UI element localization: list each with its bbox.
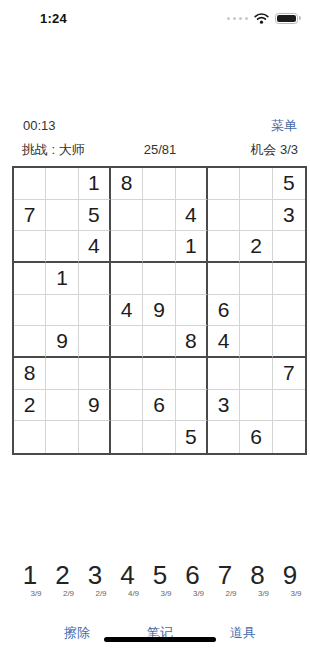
given-digit: 2 <box>250 234 262 258</box>
given-digit: 7 <box>283 361 295 385</box>
sudoku-cell-r9c5[interactable] <box>143 421 175 453</box>
sudoku-cell-r5c7[interactable]: 6 <box>208 295 240 327</box>
given-digit: 8 <box>24 361 36 385</box>
sudoku-cell-r1c5[interactable] <box>143 168 175 200</box>
sudoku-cell-r5c1[interactable] <box>14 295 46 327</box>
sudoku-cell-r7c8[interactable] <box>240 358 272 390</box>
game-timer: 00:13 <box>23 117 56 135</box>
sudoku-cell-r4c4[interactable] <box>111 263 143 295</box>
sudoku-cell-r7c4[interactable] <box>111 358 143 390</box>
sudoku-cell-r5c3[interactable] <box>79 295 111 327</box>
sudoku-cell-r2c7[interactable] <box>208 200 240 232</box>
sudoku-cell-r1c6[interactable] <box>176 168 208 200</box>
sudoku-cell-r5c9[interactable] <box>273 295 305 327</box>
given-digit: 8 <box>121 171 133 195</box>
sudoku-cell-r5c8[interactable] <box>240 295 272 327</box>
sudoku-cell-r5c2[interactable] <box>46 295 78 327</box>
sudoku-cell-r6c7[interactable]: 4 <box>208 326 240 358</box>
sudoku-cell-r9c8[interactable]: 6 <box>240 421 272 453</box>
sudoku-cell-r9c1[interactable] <box>14 421 46 453</box>
header-row-1: 00:13 菜单 <box>10 117 310 135</box>
sudoku-cell-r6c3[interactable] <box>79 326 111 358</box>
sudoku-cell-r1c1[interactable] <box>14 168 46 200</box>
sudoku-cell-r8c1[interactable]: 2 <box>14 390 46 422</box>
numpad-remaining-count: 2/9 <box>56 589 82 598</box>
sudoku-cell-r4c9[interactable] <box>273 263 305 295</box>
numpad-digit-4[interactable]: 44/9 <box>115 562 141 598</box>
given-digit: 2 <box>24 393 36 417</box>
progress-counter: 25/81 <box>114 142 206 158</box>
given-digit: 5 <box>283 171 295 195</box>
sudoku-cell-r9c3[interactable] <box>79 421 111 453</box>
given-digit: 3 <box>218 393 230 417</box>
given-digit: 4 <box>121 298 133 322</box>
erase-button[interactable]: 擦除 <box>64 624 90 642</box>
given-digit: 3 <box>283 203 295 227</box>
sudoku-cell-r2c9[interactable]: 3 <box>273 200 305 232</box>
status-icons <box>227 13 298 24</box>
numpad-digit-label: 4 <box>115 562 141 589</box>
sudoku-cell-r6c1[interactable] <box>14 326 46 358</box>
sudoku-cell-r4c8[interactable] <box>240 263 272 295</box>
numpad-digit-label: 1 <box>17 562 43 589</box>
sudoku-cell-r1c7[interactable] <box>208 168 240 200</box>
sudoku-cell-r9c6[interactable]: 5 <box>176 421 208 453</box>
given-digit: 5 <box>185 425 197 449</box>
given-digit: 7 <box>24 203 36 227</box>
sudoku-cell-r6c6[interactable]: 8 <box>176 326 208 358</box>
status-time: 1:24 <box>40 11 67 26</box>
numpad-digit-label: 9 <box>277 562 303 589</box>
numpad-digit-6[interactable]: 63/9 <box>180 562 206 598</box>
sudoku-cell-r2c4[interactable] <box>111 200 143 232</box>
sudoku-cell-r8c4[interactable] <box>111 390 143 422</box>
given-digit: 1 <box>88 171 100 195</box>
given-digit: 9 <box>56 329 68 353</box>
sudoku-cell-r3c9[interactable] <box>273 231 305 263</box>
sudoku-cell-r9c4[interactable] <box>111 421 143 453</box>
sudoku-cell-r3c5[interactable] <box>143 231 175 263</box>
numpad-remaining-count: 3/9 <box>251 589 277 598</box>
sudoku-cell-r5c6[interactable] <box>176 295 208 327</box>
numpad-digit-5[interactable]: 53/9 <box>147 562 173 598</box>
sudoku-cell-r2c8[interactable] <box>240 200 272 232</box>
sudoku-cell-r8c9[interactable] <box>273 390 305 422</box>
numpad-remaining-count: 3/9 <box>283 589 309 598</box>
sudoku-cell-r8c2[interactable] <box>46 390 78 422</box>
given-digit: 9 <box>88 393 100 417</box>
sudoku-cell-r2c1[interactable]: 7 <box>14 200 46 232</box>
numpad-digit-label: 2 <box>50 562 76 589</box>
sudoku-cell-r4c7[interactable] <box>208 263 240 295</box>
sudoku-board: 1857543412149698487296356 <box>12 166 307 455</box>
status-bar: 1:24 <box>10 0 310 30</box>
sudoku-cell-r6c2[interactable]: 9 <box>46 326 78 358</box>
numpad-digit-label: 6 <box>180 562 206 589</box>
sudoku-cell-r3c7[interactable] <box>208 231 240 263</box>
sudoku-cell-r6c5[interactable] <box>143 326 175 358</box>
sudoku-cell-r4c2[interactable]: 1 <box>46 263 78 295</box>
numpad-digit-2[interactable]: 22/9 <box>50 562 76 598</box>
numpad-remaining-count: 3/9 <box>186 589 212 598</box>
sudoku-cell-r7c6[interactable] <box>176 358 208 390</box>
numpad-remaining-count: 3/9 <box>153 589 179 598</box>
numpad-digit-3[interactable]: 32/9 <box>82 562 108 598</box>
numpad-digit-8[interactable]: 83/9 <box>245 562 271 598</box>
app-frame: 1:24 00:13 菜单 挑战 : 大师 25/81 机会 3/3 18575… <box>10 0 310 649</box>
sudoku-cell-r5c5[interactable]: 9 <box>143 295 175 327</box>
menu-button[interactable]: 菜单 <box>271 117 297 135</box>
numpad-digit-label: 8 <box>245 562 271 589</box>
numpad-remaining-count: 4/9 <box>121 589 147 598</box>
sudoku-cell-r1c2[interactable] <box>46 168 78 200</box>
given-digit: 1 <box>185 234 197 258</box>
given-digit: 6 <box>250 425 262 449</box>
sudoku-cell-r4c1[interactable] <box>14 263 46 295</box>
sudoku-cell-r3c2[interactable] <box>46 231 78 263</box>
sudoku-cell-r7c9[interactable]: 7 <box>273 358 305 390</box>
challenge-label: 挑战 : 大师 <box>22 142 114 158</box>
sudoku-cell-r5c4[interactable]: 4 <box>111 295 143 327</box>
home-indicator[interactable] <box>104 637 216 642</box>
wifi-icon <box>254 13 269 24</box>
numpad-digit-1[interactable]: 13/9 <box>17 562 43 598</box>
chances-counter: 机会 3/3 <box>206 142 298 158</box>
cellular-signal-icon <box>227 17 248 20</box>
sudoku-cell-r3c8[interactable]: 2 <box>240 231 272 263</box>
sudoku-cell-r7c2[interactable] <box>46 358 78 390</box>
sudoku-cell-r3c1[interactable] <box>14 231 46 263</box>
sudoku-cell-r2c3[interactable]: 5 <box>79 200 111 232</box>
given-digit: 6 <box>218 298 230 322</box>
sudoku-cell-r8c3[interactable]: 9 <box>79 390 111 422</box>
numpad-digit-label: 7 <box>212 562 238 589</box>
sudoku-cell-r3c6[interactable]: 1 <box>176 231 208 263</box>
sudoku-cell-r2c5[interactable] <box>143 200 175 232</box>
sudoku-cell-r6c8[interactable] <box>240 326 272 358</box>
sudoku-cell-r4c6[interactable] <box>176 263 208 295</box>
sudoku-cell-r4c5[interactable] <box>143 263 175 295</box>
sudoku-cell-r1c9[interactable]: 5 <box>273 168 305 200</box>
given-digit: 9 <box>153 298 165 322</box>
sudoku-cell-r1c8[interactable] <box>240 168 272 200</box>
sudoku-cell-r9c2[interactable] <box>46 421 78 453</box>
numpad-digit-label: 5 <box>147 562 173 589</box>
given-digit: 4 <box>185 203 197 227</box>
sudoku-cell-r7c1[interactable]: 8 <box>14 358 46 390</box>
numpad-remaining-count: 3/9 <box>23 589 49 598</box>
numpad-digit-9[interactable]: 93/9 <box>277 562 303 598</box>
given-digit: 1 <box>56 266 68 290</box>
sudoku-cell-r8c6[interactable] <box>176 390 208 422</box>
header-row-2: 挑战 : 大师 25/81 机会 3/3 <box>10 142 310 158</box>
sudoku-cell-r4c3[interactable] <box>79 263 111 295</box>
sudoku-cell-r9c9[interactable] <box>273 421 305 453</box>
number-pad: 13/922/932/944/953/963/972/983/993/9 <box>10 562 310 598</box>
sudoku-cell-r7c3[interactable] <box>79 358 111 390</box>
sudoku-cell-r8c5[interactable]: 6 <box>143 390 175 422</box>
numpad-remaining-count: 2/9 <box>88 589 114 598</box>
given-digit: 4 <box>218 329 230 353</box>
sudoku-cell-r7c5[interactable] <box>143 358 175 390</box>
sudoku-cell-r2c6[interactable]: 4 <box>176 200 208 232</box>
sudoku-cell-r8c8[interactable] <box>240 390 272 422</box>
sudoku-cell-r1c3[interactable]: 1 <box>79 168 111 200</box>
numpad-remaining-count: 2/9 <box>218 589 244 598</box>
items-button[interactable]: 道具 <box>230 624 256 642</box>
battery-icon <box>275 13 298 24</box>
sudoku-cell-r3c4[interactable] <box>111 231 143 263</box>
given-digit: 5 <box>88 203 100 227</box>
given-digit: 6 <box>153 393 165 417</box>
sudoku-cell-r1c4[interactable]: 8 <box>111 168 143 200</box>
given-digit: 4 <box>88 234 100 258</box>
given-digit: 8 <box>185 329 197 353</box>
sudoku-cell-r9c7[interactable] <box>208 421 240 453</box>
numpad-digit-7[interactable]: 72/9 <box>212 562 238 598</box>
sudoku-cell-r6c9[interactable] <box>273 326 305 358</box>
sudoku-cell-r2c2[interactable] <box>46 200 78 232</box>
sudoku-cell-r7c7[interactable] <box>208 358 240 390</box>
sudoku-cell-r8c7[interactable]: 3 <box>208 390 240 422</box>
sudoku-cell-r6c4[interactable] <box>111 326 143 358</box>
sudoku-cell-r3c3[interactable]: 4 <box>79 231 111 263</box>
numpad-digit-label: 3 <box>82 562 108 589</box>
